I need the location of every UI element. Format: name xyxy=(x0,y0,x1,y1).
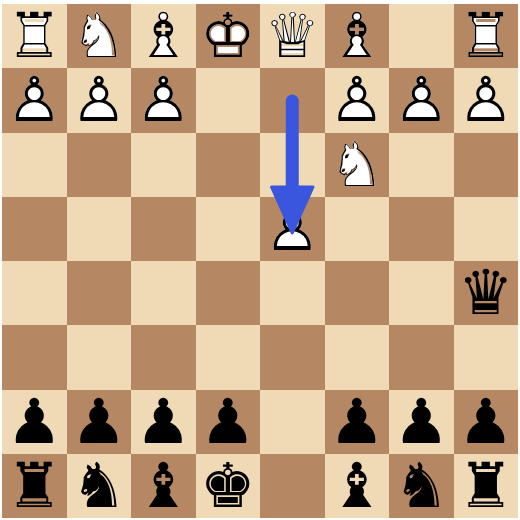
black-queen[interactable]: ♛ xyxy=(454,261,519,325)
white-pawn[interactable]: ♟♙ xyxy=(260,197,325,261)
black-bishop[interactable]: ♝ xyxy=(325,454,390,518)
white-pawn-outline: ♙ xyxy=(2,68,67,132)
square-e1[interactable]: ♚♔ xyxy=(196,4,261,68)
square-f6[interactable] xyxy=(131,325,196,389)
white-queen[interactable]: ♛♕ xyxy=(260,4,325,68)
black-pawn[interactable]: ♟ xyxy=(325,390,390,454)
square-d2[interactable] xyxy=(260,68,325,132)
square-d5[interactable] xyxy=(260,261,325,325)
black-pawn[interactable]: ♟ xyxy=(2,390,67,454)
square-h2[interactable]: ♟♙ xyxy=(2,68,67,132)
square-b1[interactable] xyxy=(389,4,454,68)
chess-board: ♜♖♞♘♝♗♚♔♛♕♝♗♜♖♟♙♟♙♟♙♟♙♟♙♟♙♞♘♟♙♛♟♟♟♟♟♟♟♜♞… xyxy=(2,4,518,518)
square-b4[interactable] xyxy=(389,197,454,261)
white-rook[interactable]: ♜♖ xyxy=(454,4,519,68)
square-a3[interactable] xyxy=(454,133,519,197)
square-f8[interactable]: ♝ xyxy=(131,454,196,518)
square-c7[interactable]: ♟ xyxy=(325,390,390,454)
black-knight-glyph: ♞ xyxy=(67,454,132,518)
white-bishop-outline: ♗ xyxy=(325,4,390,68)
square-c2[interactable]: ♟♙ xyxy=(325,68,390,132)
square-h1[interactable]: ♜♖ xyxy=(2,4,67,68)
black-pawn-glyph: ♟ xyxy=(2,390,67,454)
black-pawn[interactable]: ♟ xyxy=(131,390,196,454)
square-e2[interactable] xyxy=(196,68,261,132)
square-d1[interactable]: ♛♕ xyxy=(260,4,325,68)
white-pawn-outline: ♙ xyxy=(131,68,196,132)
square-f4[interactable] xyxy=(131,197,196,261)
white-queen-outline: ♕ xyxy=(260,4,325,68)
square-d8[interactable] xyxy=(260,454,325,518)
square-f7[interactable]: ♟ xyxy=(131,390,196,454)
square-g2[interactable]: ♟♙ xyxy=(67,68,132,132)
black-bishop-glyph: ♝ xyxy=(325,454,390,518)
square-g5[interactable] xyxy=(67,261,132,325)
black-queen-glyph: ♛ xyxy=(454,261,519,325)
black-pawn-glyph: ♟ xyxy=(454,390,519,454)
white-pawn[interactable]: ♟♙ xyxy=(389,68,454,132)
square-g7[interactable]: ♟ xyxy=(67,390,132,454)
white-rook-outline: ♖ xyxy=(454,4,519,68)
white-pawn[interactable]: ♟♙ xyxy=(325,68,390,132)
square-h3[interactable] xyxy=(2,133,67,197)
black-pawn[interactable]: ♟ xyxy=(67,390,132,454)
square-e4[interactable] xyxy=(196,197,261,261)
black-pawn[interactable]: ♟ xyxy=(389,390,454,454)
square-a1[interactable]: ♜♖ xyxy=(454,4,519,68)
square-b5[interactable] xyxy=(389,261,454,325)
square-g3[interactable] xyxy=(67,133,132,197)
white-bishop[interactable]: ♝♗ xyxy=(325,4,390,68)
square-e3[interactable] xyxy=(196,133,261,197)
white-knight[interactable]: ♞♘ xyxy=(325,133,390,197)
square-c6[interactable] xyxy=(325,325,390,389)
square-a5[interactable]: ♛ xyxy=(454,261,519,325)
white-pawn-outline: ♙ xyxy=(389,68,454,132)
square-b2[interactable]: ♟♙ xyxy=(389,68,454,132)
square-b6[interactable] xyxy=(389,325,454,389)
black-pawn[interactable]: ♟ xyxy=(196,390,261,454)
chess-app: ♜♖♞♘♝♗♚♔♛♕♝♗♜♖♟♙♟♙♟♙♟♙♟♙♟♙♞♘♟♙♛♟♟♟♟♟♟♟♜♞… xyxy=(0,0,520,520)
square-e8[interactable]: ♚ xyxy=(196,454,261,518)
black-knight-glyph: ♞ xyxy=(389,454,454,518)
black-bishop[interactable]: ♝ xyxy=(131,454,196,518)
square-e7[interactable]: ♟ xyxy=(196,390,261,454)
square-c8[interactable]: ♝ xyxy=(325,454,390,518)
black-rook-glyph: ♜ xyxy=(2,454,67,518)
square-h5[interactable] xyxy=(2,261,67,325)
black-bishop-glyph: ♝ xyxy=(131,454,196,518)
white-pawn-outline: ♙ xyxy=(325,68,390,132)
black-pawn-glyph: ♟ xyxy=(325,390,390,454)
square-a6[interactable] xyxy=(454,325,519,389)
white-bishop[interactable]: ♝♗ xyxy=(131,4,196,68)
square-f1[interactable]: ♝♗ xyxy=(131,4,196,68)
square-c3[interactable]: ♞♘ xyxy=(325,133,390,197)
black-king[interactable]: ♚ xyxy=(196,454,261,518)
square-b3[interactable] xyxy=(389,133,454,197)
square-d4[interactable]: ♟♙ xyxy=(260,197,325,261)
square-c4[interactable] xyxy=(325,197,390,261)
square-a2[interactable]: ♟♙ xyxy=(454,68,519,132)
black-rook[interactable]: ♜ xyxy=(2,454,67,518)
square-h4[interactable] xyxy=(2,197,67,261)
square-d7[interactable] xyxy=(260,390,325,454)
black-pawn-glyph: ♟ xyxy=(67,390,132,454)
white-knight-outline: ♘ xyxy=(325,133,390,197)
square-e5[interactable] xyxy=(196,261,261,325)
white-king[interactable]: ♚♔ xyxy=(196,4,261,68)
square-g8[interactable]: ♞ xyxy=(67,454,132,518)
square-h8[interactable]: ♜ xyxy=(2,454,67,518)
square-h7[interactable]: ♟ xyxy=(2,390,67,454)
black-knight[interactable]: ♞ xyxy=(389,454,454,518)
square-d3[interactable] xyxy=(260,133,325,197)
black-rook-glyph: ♜ xyxy=(454,454,519,518)
white-pawn-outline: ♙ xyxy=(260,197,325,261)
square-a8[interactable]: ♜ xyxy=(454,454,519,518)
square-f2[interactable]: ♟♙ xyxy=(131,68,196,132)
white-rook[interactable]: ♜♖ xyxy=(2,4,67,68)
white-pawn[interactable]: ♟♙ xyxy=(131,68,196,132)
square-g6[interactable] xyxy=(67,325,132,389)
square-b8[interactable]: ♞ xyxy=(389,454,454,518)
square-h6[interactable] xyxy=(2,325,67,389)
square-d6[interactable] xyxy=(260,325,325,389)
white-pawn[interactable]: ♟♙ xyxy=(2,68,67,132)
black-knight[interactable]: ♞ xyxy=(67,454,132,518)
square-a7[interactable]: ♟ xyxy=(454,390,519,454)
square-f3[interactable] xyxy=(131,133,196,197)
black-pawn-glyph: ♟ xyxy=(196,390,261,454)
black-pawn[interactable]: ♟ xyxy=(454,390,519,454)
white-pawn-outline: ♙ xyxy=(454,68,519,132)
white-pawn-outline: ♙ xyxy=(67,68,132,132)
square-g4[interactable] xyxy=(67,197,132,261)
white-bishop-outline: ♗ xyxy=(131,4,196,68)
white-pawn[interactable]: ♟♙ xyxy=(67,68,132,132)
white-pawn[interactable]: ♟♙ xyxy=(454,68,519,132)
white-rook-outline: ♖ xyxy=(2,4,67,68)
square-b7[interactable]: ♟ xyxy=(389,390,454,454)
white-king-outline: ♔ xyxy=(196,4,261,68)
black-pawn-glyph: ♟ xyxy=(131,390,196,454)
square-a4[interactable] xyxy=(454,197,519,261)
black-rook[interactable]: ♜ xyxy=(454,454,519,518)
square-g1[interactable]: ♞♘ xyxy=(67,4,132,68)
square-c5[interactable] xyxy=(325,261,390,325)
square-e6[interactable] xyxy=(196,325,261,389)
black-king-glyph: ♚ xyxy=(196,454,261,518)
white-knight-outline: ♘ xyxy=(67,4,132,68)
black-pawn-glyph: ♟ xyxy=(389,390,454,454)
square-c1[interactable]: ♝♗ xyxy=(325,4,390,68)
white-knight[interactable]: ♞♘ xyxy=(67,4,132,68)
square-f5[interactable] xyxy=(131,261,196,325)
